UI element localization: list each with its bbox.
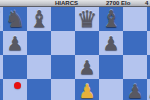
square-h7[interactable] — [147, 31, 150, 55]
square-b5[interactable] — [3, 79, 27, 100]
square-g6[interactable] — [123, 55, 147, 79]
square-h5[interactable]: ♟ — [147, 79, 150, 100]
square-e8[interactable]: ♛ — [75, 7, 99, 31]
black-pawn[interactable]: ♟ — [78, 55, 95, 79]
black-bishop[interactable]: ♝ — [101, 7, 122, 31]
engine-rating: 2700 Elo — [106, 0, 130, 6]
chess-board[interactable]: ♜♞♝♛♝♟♟♟♜♟♟♟ — [0, 7, 150, 100]
black-knight[interactable]: ♞ — [5, 7, 26, 31]
square-f7[interactable]: ♟ — [99, 31, 123, 55]
square-f8[interactable]: ♝ — [99, 7, 123, 31]
square-b8[interactable]: ♞ — [3, 7, 27, 31]
square-f5[interactable] — [99, 79, 123, 100]
square-d8[interactable] — [51, 7, 75, 31]
square-b6[interactable] — [3, 55, 27, 79]
app-window: HIARCS 2700 Elo 4 ♜♞♝♛♝♟♟♟♜♟♟♟ — [0, 0, 150, 100]
square-g5[interactable]: ♟ — [123, 79, 147, 100]
square-d7[interactable] — [51, 31, 75, 55]
black-pawn-fragment[interactable]: ♟ — [147, 79, 150, 100]
square-e5[interactable]: ♟ — [75, 79, 99, 100]
white-pawn[interactable]: ♟ — [78, 79, 95, 100]
red-dot-marker — [14, 82, 21, 89]
square-d6[interactable] — [51, 55, 75, 79]
square-e6[interactable]: ♟ — [75, 55, 99, 79]
square-c6[interactable] — [27, 55, 51, 79]
top-toolbar: HIARCS 2700 Elo 4 — [0, 0, 150, 7]
square-c8[interactable]: ♝ — [27, 7, 51, 31]
toolbar-text-fragment: 4 — [145, 0, 148, 6]
square-g8[interactable] — [123, 7, 147, 31]
engine-title: HIARCS — [55, 0, 78, 6]
square-f6[interactable] — [99, 55, 123, 79]
square-c7[interactable] — [27, 31, 51, 55]
black-pawn[interactable]: ♟ — [6, 31, 23, 55]
square-b7[interactable]: ♟ — [3, 31, 27, 55]
square-h8[interactable] — [147, 7, 150, 31]
black-pawn[interactable]: ♟ — [102, 31, 119, 55]
square-c5[interactable] — [27, 79, 51, 100]
black-bishop[interactable]: ♝ — [29, 7, 50, 31]
square-h6[interactable] — [147, 55, 150, 79]
black-queen[interactable]: ♛ — [77, 7, 98, 31]
black-pawn[interactable]: ♟ — [126, 79, 143, 100]
square-d5[interactable] — [51, 79, 75, 100]
square-e7[interactable] — [75, 31, 99, 55]
square-g7[interactable] — [123, 31, 147, 55]
